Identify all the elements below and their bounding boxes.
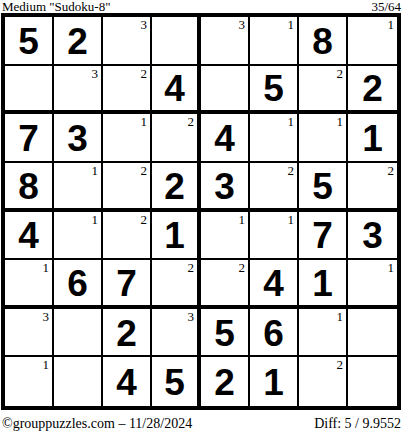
cell-r2c4[interactable]: 4	[152, 66, 201, 115]
cell-value: 7	[116, 265, 137, 302]
difficulty-text: Diff: 5 / 9.9552	[314, 416, 401, 432]
puzzle-counter: 35/64	[371, 0, 401, 13]
cell-r2c3[interactable]: 2	[103, 66, 152, 115]
pencil-mark: 3	[239, 17, 246, 32]
cell-r7c3[interactable]: 2	[103, 309, 152, 358]
cell-r4c8[interactable]: 2	[348, 163, 397, 212]
cell-value: 5	[263, 70, 284, 107]
copyright-text: ©grouppuzzles.com – 11/28/2024	[2, 416, 192, 432]
cell-r8c6[interactable]: 1	[250, 357, 299, 406]
cell-r6c3[interactable]: 7	[103, 260, 152, 309]
cell-r2c1[interactable]	[5, 66, 54, 115]
cell-r6c2[interactable]: 6	[54, 260, 103, 309]
pencil-mark: 2	[188, 260, 195, 275]
cell-r7c7[interactable]: 1	[299, 309, 348, 358]
cell-r8c4[interactable]: 5	[152, 357, 201, 406]
cell-value: 4	[18, 217, 39, 254]
cell-r5c2[interactable]: 1	[54, 212, 103, 261]
pencil-mark: 2	[188, 114, 195, 129]
cell-r4c1[interactable]: 8	[5, 163, 54, 212]
cell-value: 8	[18, 168, 39, 205]
cell-r3c5[interactable]: 4	[201, 114, 250, 163]
cell-r3c4[interactable]: 2	[152, 114, 201, 163]
sudoku-grid: 5233181324522731241118122325241211173167…	[1, 13, 401, 410]
cell-r2c7[interactable]: 2	[299, 66, 348, 115]
cell-r3c6[interactable]: 1	[250, 114, 299, 163]
cell-r7c4[interactable]: 3	[152, 309, 201, 358]
cell-r2c2[interactable]: 3	[54, 66, 103, 115]
cell-value: 3	[362, 217, 383, 254]
pencil-mark: 1	[288, 114, 295, 129]
cell-value: 5	[214, 315, 235, 352]
cell-value: 4	[263, 265, 284, 302]
cell-r5c5[interactable]: 1	[201, 212, 250, 261]
pencil-mark: 2	[239, 260, 246, 275]
cell-value: 6	[263, 315, 284, 352]
cell-r3c3[interactable]: 1	[103, 114, 152, 163]
cell-value: 4	[164, 70, 185, 107]
cell-r4c3[interactable]: 2	[103, 163, 152, 212]
cell-r1c7[interactable]: 8	[299, 17, 348, 66]
cell-value: 7	[18, 120, 39, 157]
cell-r8c2[interactable]	[54, 357, 103, 406]
pencil-mark: 1	[43, 260, 50, 275]
cell-r5c3[interactable]: 2	[103, 212, 152, 261]
pencil-mark: 1	[239, 212, 246, 227]
cell-r8c8[interactable]	[348, 357, 397, 406]
cell-value: 4	[116, 364, 137, 401]
pencil-mark: 1	[92, 212, 99, 227]
cell-r7c5[interactable]: 5	[201, 309, 250, 358]
cell-r8c3[interactable]: 4	[103, 357, 152, 406]
cell-r6c1[interactable]: 1	[5, 260, 54, 309]
cell-value: 1	[312, 265, 333, 302]
cell-value: 5	[164, 364, 185, 401]
cell-value: 6	[67, 265, 88, 302]
puzzle-title: Medium "Sudoku-8"	[2, 0, 110, 13]
cell-r2c5[interactable]	[201, 66, 250, 115]
cell-r6c6[interactable]: 4	[250, 260, 299, 309]
cell-r1c2[interactable]: 2	[54, 17, 103, 66]
cell-r5c4[interactable]: 1	[152, 212, 201, 261]
cell-r5c8[interactable]: 3	[348, 212, 397, 261]
cell-value: 5	[18, 23, 39, 60]
cell-r3c7[interactable]: 1	[299, 114, 348, 163]
cell-value: 1	[164, 217, 185, 254]
pencil-mark: 1	[388, 17, 395, 32]
pencil-mark: 2	[141, 163, 148, 178]
pencil-mark: 3	[43, 309, 50, 324]
cell-r1c1[interactable]: 5	[5, 17, 54, 66]
cell-r1c6[interactable]: 1	[250, 17, 299, 66]
cell-r7c2[interactable]	[54, 309, 103, 358]
cell-r5c7[interactable]: 7	[299, 212, 348, 261]
cell-value: 3	[67, 120, 88, 157]
cell-r8c5[interactable]: 2	[201, 357, 250, 406]
cell-r6c5[interactable]: 2	[201, 260, 250, 309]
cell-r2c6[interactable]: 5	[250, 66, 299, 115]
cell-r7c8[interactable]	[348, 309, 397, 358]
pencil-mark: 2	[288, 163, 295, 178]
cell-r4c7[interactable]: 5	[299, 163, 348, 212]
page-header: Medium "Sudoku-8" 35/64	[2, 0, 401, 13]
pencil-mark: 1	[43, 357, 50, 372]
cell-r7c1[interactable]: 3	[5, 309, 54, 358]
cell-r4c4[interactable]: 2	[152, 163, 201, 212]
cell-value: 2	[362, 70, 383, 107]
cell-r1c4[interactable]	[152, 17, 201, 66]
pencil-mark: 1	[141, 114, 148, 129]
cell-value: 2	[116, 315, 137, 352]
puzzle-page: Medium "Sudoku-8" 35/64 5233181324522731…	[0, 0, 403, 437]
pencil-mark: 2	[141, 212, 148, 227]
cell-r6c8[interactable]: 1	[348, 260, 397, 309]
cell-value: 8	[312, 23, 333, 60]
cell-r4c5[interactable]: 3	[201, 163, 250, 212]
cell-value: 2	[164, 168, 185, 205]
pencil-mark: 1	[337, 309, 344, 324]
pencil-mark: 1	[92, 163, 99, 178]
cell-value: 3	[214, 168, 235, 205]
pencil-mark: 2	[337, 66, 344, 81]
cell-r7c6[interactable]: 6	[250, 309, 299, 358]
cell-value: 5	[312, 168, 333, 205]
cell-r5c1[interactable]: 4	[5, 212, 54, 261]
cell-r6c4[interactable]: 2	[152, 260, 201, 309]
cell-r1c8[interactable]: 1	[348, 17, 397, 66]
cell-r1c3[interactable]: 3	[103, 17, 152, 66]
cell-value: 1	[362, 120, 383, 157]
cell-r6c7[interactable]: 1	[299, 260, 348, 309]
pencil-mark: 3	[188, 309, 195, 324]
cell-value: 7	[312, 217, 333, 254]
cell-r2c8[interactable]: 2	[348, 66, 397, 115]
cell-r3c1[interactable]: 7	[5, 114, 54, 163]
pencil-mark: 3	[141, 17, 148, 32]
pencil-mark: 2	[141, 66, 148, 81]
cell-value: 4	[214, 120, 235, 157]
pencil-mark: 3	[92, 66, 99, 81]
pencil-mark: 1	[288, 212, 295, 227]
cell-r4c2[interactable]: 1	[54, 163, 103, 212]
cell-r5c6[interactable]: 1	[250, 212, 299, 261]
cell-r3c2[interactable]: 3	[54, 114, 103, 163]
page-footer: ©grouppuzzles.com – 11/28/2024 Diff: 5 /…	[2, 416, 401, 434]
cell-r4c6[interactable]: 2	[250, 163, 299, 212]
cell-r1c5[interactable]: 3	[201, 17, 250, 66]
pencil-mark: 1	[388, 260, 395, 275]
pencil-mark: 2	[388, 163, 395, 178]
pencil-mark: 1	[337, 114, 344, 129]
cell-r8c1[interactable]: 1	[5, 357, 54, 406]
cell-r3c8[interactable]: 1	[348, 114, 397, 163]
cell-value: 2	[214, 364, 235, 401]
cell-value: 2	[67, 23, 88, 60]
pencil-mark: 2	[337, 357, 344, 372]
cell-value: 1	[263, 364, 284, 401]
pencil-mark: 1	[288, 17, 295, 32]
cell-r8c7[interactable]: 2	[299, 357, 348, 406]
